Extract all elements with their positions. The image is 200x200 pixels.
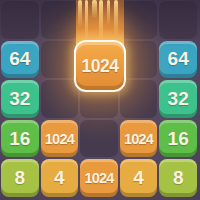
tile-4: 4	[41, 159, 79, 197]
board-cell[interactable]	[159, 1, 197, 39]
board-cell[interactable]	[80, 1, 118, 39]
board-cell[interactable]	[80, 120, 118, 158]
board-cell[interactable]	[41, 80, 79, 118]
board-cell[interactable]	[41, 41, 79, 79]
tile-32: 32	[1, 80, 39, 118]
board-cell[interactable]	[120, 80, 158, 118]
tile-64: 64	[1, 41, 39, 79]
tile-1024: 1024	[120, 120, 158, 158]
tile-16: 16	[1, 120, 39, 158]
tile-4: 4	[120, 159, 158, 197]
falling-tile-1024[interactable]: 1024	[74, 40, 126, 92]
board-cell[interactable]	[120, 1, 158, 39]
tile-1024: 1024	[80, 159, 118, 197]
tile-1024: 1024	[41, 120, 79, 158]
board-cell[interactable]	[41, 1, 79, 39]
board-cell[interactable]	[1, 1, 39, 39]
tile-8: 8	[1, 159, 39, 197]
tile-64: 64	[159, 41, 197, 79]
tile-16: 16	[159, 120, 197, 158]
falling-tile-label: 1024	[82, 56, 119, 77]
tile-32: 32	[159, 80, 197, 118]
tile-8: 8	[159, 159, 197, 197]
game-board[interactable]: 6464323216102410241684102448 1024	[0, 0, 200, 200]
